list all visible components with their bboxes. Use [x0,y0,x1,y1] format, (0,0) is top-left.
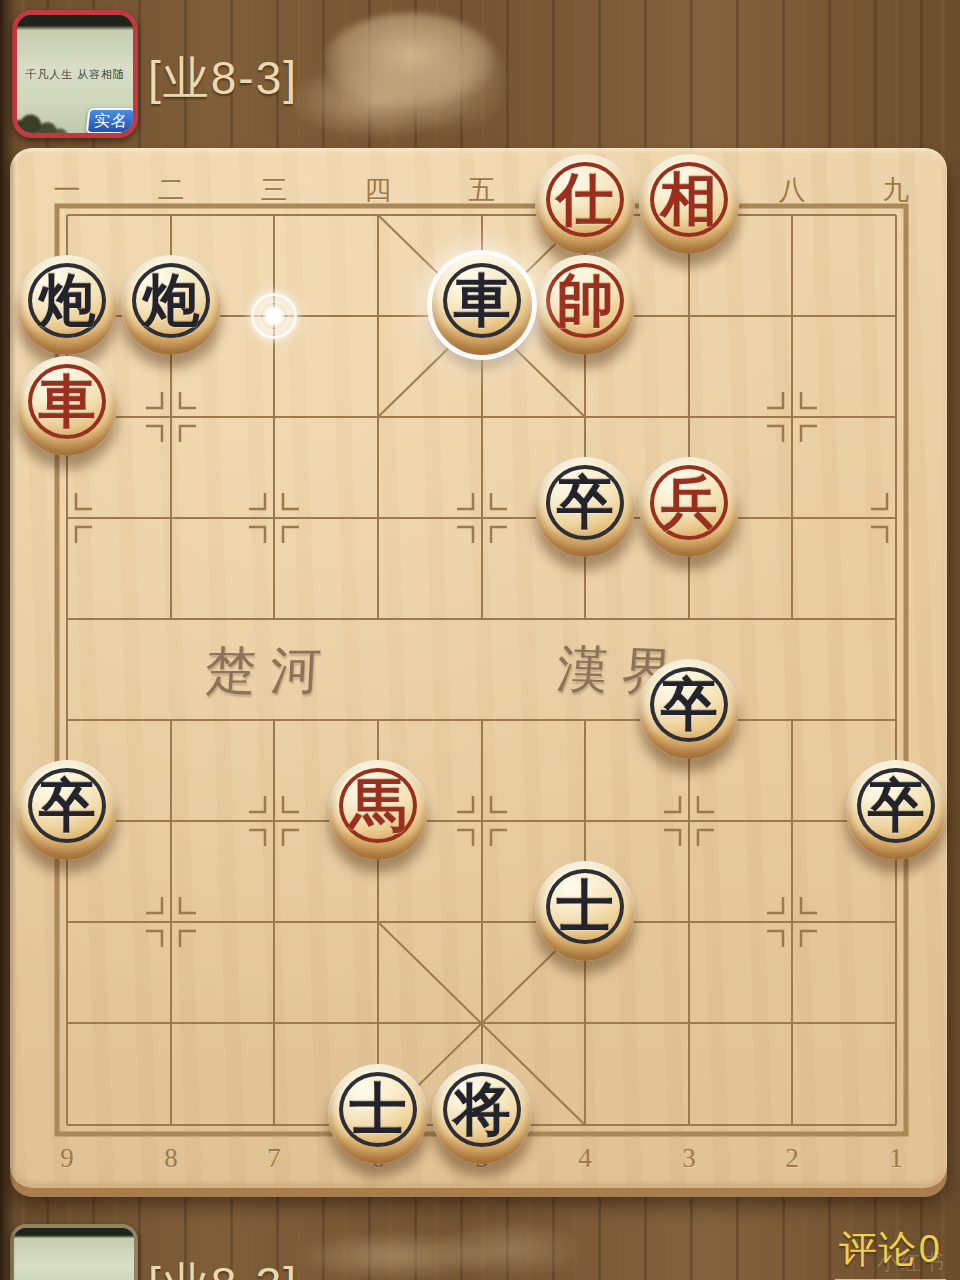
piece-glyph: 士 [328,1081,428,1138]
piece-glyph: 卒 [535,474,635,531]
piece-glyph: 卒 [639,676,739,733]
piece-glyph: 馬 [328,777,428,834]
piece-glyph: 炮 [121,272,221,329]
top-player-title: [业8-3] [148,48,298,110]
piece-glyph: 兵 [639,474,739,531]
piece-glyph: 将 [432,1081,532,1138]
avatar-caption-text: 千凡人生 从容相随 [17,67,133,82]
avatar-plants-decoration [12,99,81,138]
piece-red-帥-c6r2[interactable]: 帥 [535,255,635,355]
piece-glyph: 卒 [17,777,117,834]
top-player-avatar[interactable]: 千凡人生 从容相随 实名 [12,10,138,138]
bottom-player-avatar[interactable] [10,1224,138,1280]
censor-smudge-bottom [295,1222,585,1280]
piece-black-将-c5r10[interactable]: 将 [432,1064,532,1164]
piece-red-相-c7r1[interactable]: 相 [639,154,739,254]
piece-red-兵-c7r4[interactable]: 兵 [639,457,739,557]
piece-red-馬-c4r7[interactable]: 馬 [328,760,428,860]
piece-glyph: 炮 [17,272,117,329]
piece-black-卒-c6r4[interactable]: 卒 [535,457,635,557]
realname-badge: 实名 [86,108,137,134]
piece-black-卒-c7r6[interactable]: 卒 [639,659,739,759]
censor-smudge-top [280,8,510,143]
bottom-avatar-photo [14,1228,134,1280]
piece-black-車-c5r2[interactable]: 車 [432,255,532,355]
piece-glyph: 車 [432,272,532,329]
piece-black-卒-c9r7[interactable]: 卒 [846,760,946,860]
app-screen: 千凡人生 从容相随 实名 [业8-3] 一二三四五六七八九987654321 楚… [0,0,960,1280]
piece-glyph: 士 [535,878,635,935]
piece-black-炮-c1r2[interactable]: 炮 [17,255,117,355]
piece-glyph: 卒 [846,777,946,834]
piece-glyph: 車 [17,373,117,430]
piece-glyph: 帥 [535,272,635,329]
piece-black-炮-c2r2[interactable]: 炮 [121,255,221,355]
comments-link[interactable]: 评论0 [835,1224,946,1280]
piece-glyph: 相 [639,171,739,228]
piece-red-車-c1r3[interactable]: 車 [17,356,117,456]
piece-black-士-c6r8[interactable]: 士 [535,861,635,961]
piece-black-卒-c1r7[interactable]: 卒 [17,760,117,860]
bottom-player-title: [业8-3] [148,1254,298,1280]
piece-red-仕-c6r1[interactable]: 仕 [535,154,635,254]
piece-glyph: 仕 [535,171,635,228]
piece-black-士-c4r10[interactable]: 士 [328,1064,428,1164]
